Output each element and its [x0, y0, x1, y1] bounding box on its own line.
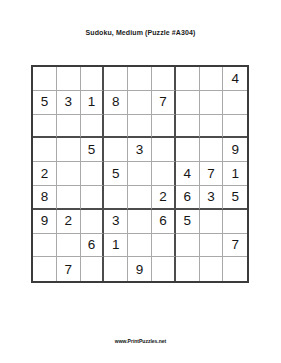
sudoku-cell-r8c4: 1 — [104, 234, 128, 258]
sudoku-cell-r2c2: 3 — [57, 91, 81, 115]
sudoku-cell-r6c3 — [81, 186, 105, 210]
sudoku-cell-r5c7: 4 — [176, 162, 200, 186]
sudoku-cell-r8c3: 6 — [81, 234, 105, 258]
sudoku-cell-r6c1: 8 — [33, 186, 57, 210]
sudoku-cell-r7c2: 2 — [57, 210, 81, 234]
sudoku-cell-r4c7 — [176, 138, 200, 162]
sudoku-cell-r8c8 — [200, 234, 224, 258]
sudoku-cell-r8c9: 7 — [223, 234, 247, 258]
sudoku-cell-r6c2 — [57, 186, 81, 210]
sudoku-cell-r5c8: 7 — [200, 162, 224, 186]
sudoku-cell-r3c2 — [57, 115, 81, 139]
sudoku-cell-r2c8 — [200, 91, 224, 115]
sudoku-cell-r9c4 — [104, 257, 128, 281]
sudoku-cell-r6c6: 2 — [152, 186, 176, 210]
sudoku-cell-r7c4: 3 — [104, 210, 128, 234]
sudoku-cell-r9c9 — [223, 257, 247, 281]
sudoku-cell-r2c5 — [128, 91, 152, 115]
sudoku-cell-r4c6 — [152, 138, 176, 162]
sudoku-cell-r9c2: 7 — [57, 257, 81, 281]
sudoku-cell-r2c1: 5 — [33, 91, 57, 115]
sudoku-cell-r5c5 — [128, 162, 152, 186]
sudoku-cell-r3c3 — [81, 115, 105, 139]
sudoku-cell-r1c6 — [152, 67, 176, 91]
sudoku-cell-r7c9 — [223, 210, 247, 234]
puzzle-title: Sudoku, Medium (Puzzle #A304) — [0, 29, 281, 36]
sudoku-cell-r3c8 — [200, 115, 224, 139]
sudoku-cell-r7c3 — [81, 210, 105, 234]
sudoku-cell-r4c1 — [33, 138, 57, 162]
sudoku-cell-r9c7 — [176, 257, 200, 281]
sudoku-cell-r4c4 — [104, 138, 128, 162]
footer-url: www.PrintPuzzles.net — [0, 338, 281, 344]
sudoku-cell-r8c5 — [128, 234, 152, 258]
sudoku-cell-r8c2 — [57, 234, 81, 258]
sudoku-cell-r5c4: 5 — [104, 162, 128, 186]
sudoku-cell-r1c7 — [176, 67, 200, 91]
sudoku-cell-r5c2 — [57, 162, 81, 186]
sudoku-cell-r6c5 — [128, 186, 152, 210]
sudoku-cell-r6c8: 3 — [200, 186, 224, 210]
sudoku-cell-r2c3: 1 — [81, 91, 105, 115]
sudoku-cell-r7c7: 5 — [176, 210, 200, 234]
sudoku-cell-r1c5 — [128, 67, 152, 91]
sudoku-cell-r9c8 — [200, 257, 224, 281]
sudoku-cell-r6c4 — [104, 186, 128, 210]
sudoku-cell-r9c1 — [33, 257, 57, 281]
sudoku-cell-r3c7 — [176, 115, 200, 139]
sudoku-grid: 45318753925471826359236561779 — [33, 67, 247, 281]
sudoku-cell-r3c1 — [33, 115, 57, 139]
sudoku-cell-r3c5 — [128, 115, 152, 139]
sudoku-board-frame: 45318753925471826359236561779 — [31, 65, 249, 283]
sudoku-cell-r2c6: 7 — [152, 91, 176, 115]
sudoku-cell-r5c1: 2 — [33, 162, 57, 186]
sudoku-cell-r2c4: 8 — [104, 91, 128, 115]
sudoku-cell-r1c2 — [57, 67, 81, 91]
sudoku-cell-r3c4 — [104, 115, 128, 139]
sudoku-cell-r1c9: 4 — [223, 67, 247, 91]
sudoku-cell-r2c9 — [223, 91, 247, 115]
sudoku-cell-r7c5 — [128, 210, 152, 234]
sudoku-cell-r4c8 — [200, 138, 224, 162]
sudoku-cell-r8c1 — [33, 234, 57, 258]
sudoku-cell-r4c2 — [57, 138, 81, 162]
sudoku-cell-r8c6 — [152, 234, 176, 258]
sudoku-cell-r7c6: 6 — [152, 210, 176, 234]
sudoku-cell-r4c3: 5 — [81, 138, 105, 162]
sudoku-cell-r8c7 — [176, 234, 200, 258]
sudoku-cell-r3c9 — [223, 115, 247, 139]
sudoku-cell-r6c9: 5 — [223, 186, 247, 210]
sudoku-cell-r9c3 — [81, 257, 105, 281]
sudoku-cell-r1c1 — [33, 67, 57, 91]
sudoku-cell-r7c8 — [200, 210, 224, 234]
sudoku-cell-r6c7: 6 — [176, 186, 200, 210]
sudoku-cell-r4c9: 9 — [223, 138, 247, 162]
sudoku-cell-r5c9: 1 — [223, 162, 247, 186]
sudoku-cell-r1c8 — [200, 67, 224, 91]
sudoku-cell-r7c1: 9 — [33, 210, 57, 234]
sudoku-cell-r5c3 — [81, 162, 105, 186]
sudoku-cell-r5c6 — [152, 162, 176, 186]
sudoku-cell-r9c6 — [152, 257, 176, 281]
sudoku-cell-r9c5: 9 — [128, 257, 152, 281]
sudoku-cell-r2c7 — [176, 91, 200, 115]
sudoku-cell-r4c5: 3 — [128, 138, 152, 162]
sudoku-cell-r3c6 — [152, 115, 176, 139]
sudoku-cell-r1c3 — [81, 67, 105, 91]
sudoku-cell-r1c4 — [104, 67, 128, 91]
